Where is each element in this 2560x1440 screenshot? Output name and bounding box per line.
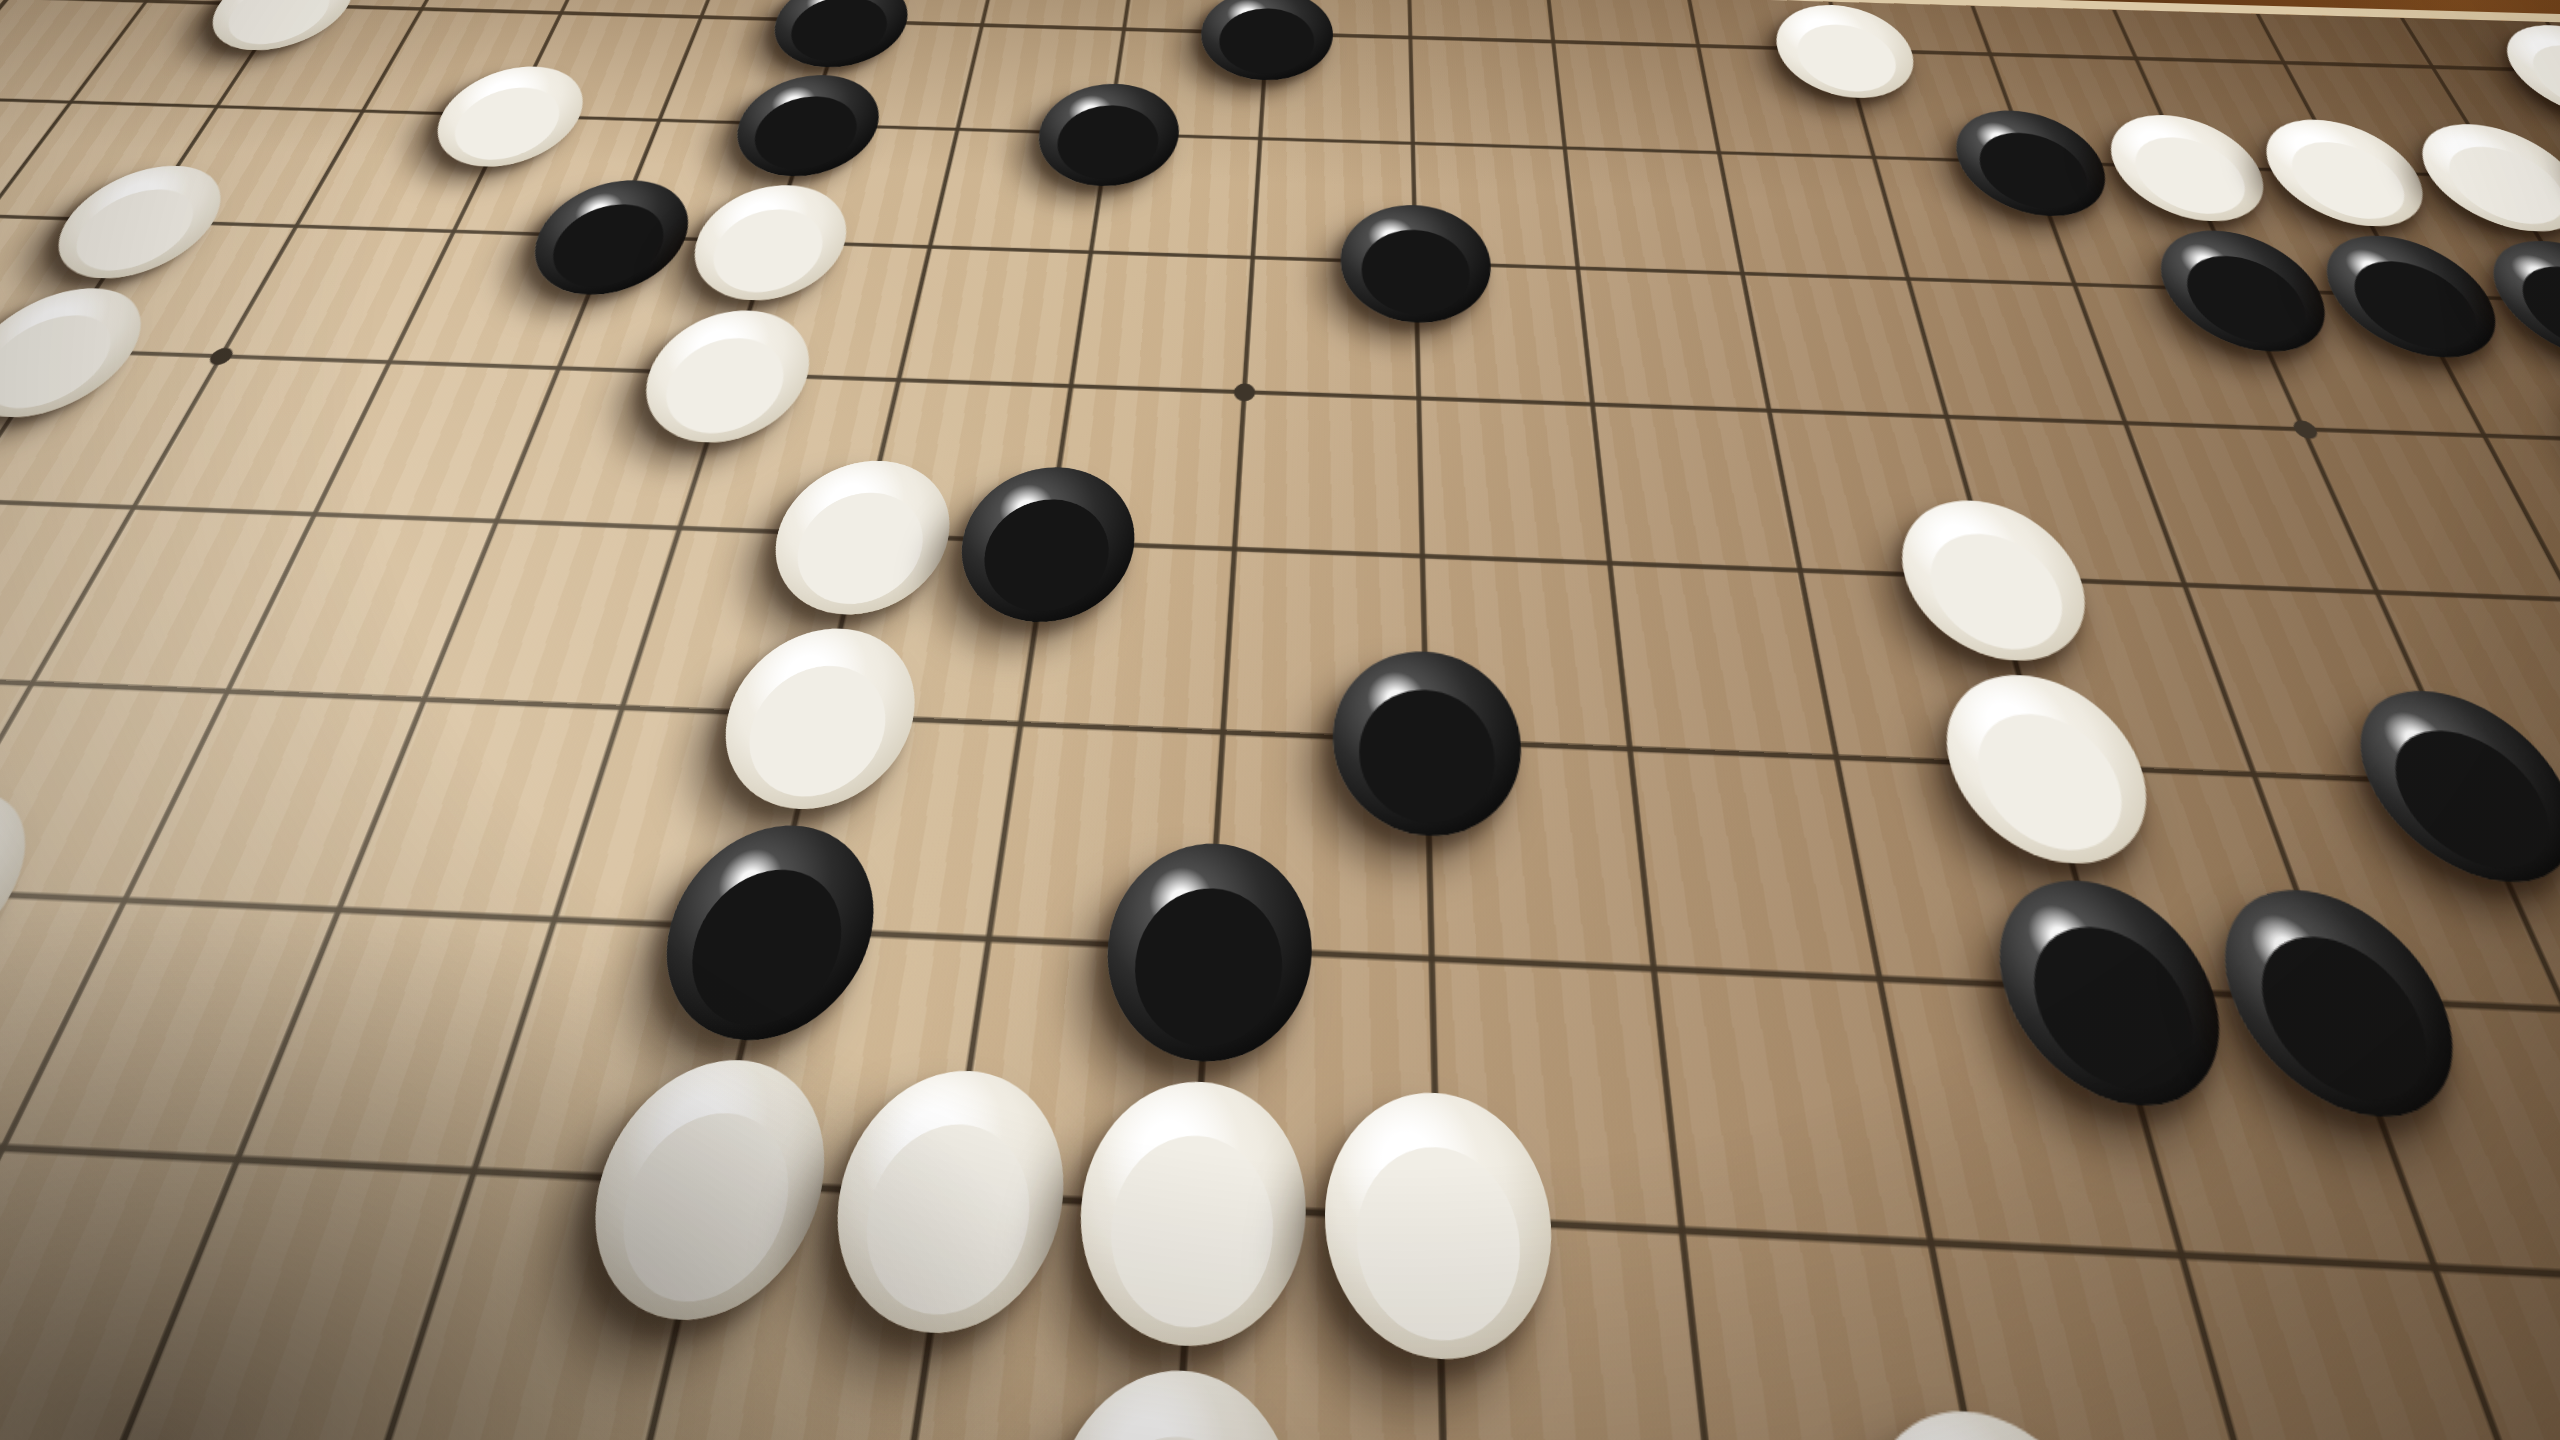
black-stone: ● bbox=[948, 465, 1142, 626]
white-stone: ● bbox=[1886, 498, 2108, 664]
white-stone: ● bbox=[1068, 1077, 1309, 1352]
white-stone: ● bbox=[677, 183, 861, 303]
white-stone: ● bbox=[29, 164, 247, 281]
black-stone: ● bbox=[0, 1300, 39, 1440]
black-stone: ● bbox=[1331, 648, 1526, 840]
black-stone: ● bbox=[1030, 82, 1184, 188]
star-point bbox=[2290, 420, 2320, 439]
white-stone: ● bbox=[416, 65, 601, 169]
photo-scene: ●●●●●●●●●●●●●●●●●●●●●●●●●●●●●●●●●●●●●●●●… bbox=[0, 0, 2560, 1440]
white-stone: ● bbox=[2483, 24, 2560, 123]
white-stone: ● bbox=[1928, 672, 2173, 868]
white-stone: ● bbox=[564, 1055, 845, 1325]
star-point bbox=[1233, 383, 1255, 402]
black-stone: ● bbox=[1941, 109, 2123, 219]
black-stone: ● bbox=[2140, 229, 2349, 355]
white-stone: ● bbox=[626, 308, 825, 445]
black-stone: ● bbox=[640, 822, 891, 1045]
white-stone: ● bbox=[1766, 4, 1926, 100]
white-stone: ● bbox=[757, 458, 963, 618]
black-stone: ● bbox=[2195, 886, 2490, 1122]
go-board: ●●●●●●●●●●●●●●●●●●●●●●●●●●●●●●●●●●●●●●●●… bbox=[0, 0, 2560, 24]
white-stone: ● bbox=[704, 625, 930, 813]
star-point bbox=[206, 348, 236, 366]
black-stone: ● bbox=[2544, 372, 2560, 519]
black-stone: ● bbox=[721, 74, 891, 179]
white-stone: ● bbox=[0, 286, 170, 420]
black-stone: ● bbox=[1097, 840, 1315, 1067]
white-stone: ● bbox=[1843, 1405, 2165, 1440]
black-stone: ● bbox=[2330, 688, 2560, 887]
white-stone: ● bbox=[1032, 1365, 1302, 1440]
black-stone: ● bbox=[760, 0, 918, 69]
black-stone: ● bbox=[1197, 0, 1334, 82]
white-stone: ● bbox=[0, 787, 65, 1004]
black-stone: ● bbox=[513, 179, 705, 298]
white-stone: ● bbox=[815, 1066, 1076, 1339]
white-stone: ● bbox=[2093, 113, 2285, 223]
white-stone: ● bbox=[189, 0, 374, 52]
black-stone: ● bbox=[1340, 203, 1495, 325]
white-stone: ● bbox=[1323, 1088, 1560, 1365]
black-stone: ● bbox=[1977, 877, 2250, 1111]
